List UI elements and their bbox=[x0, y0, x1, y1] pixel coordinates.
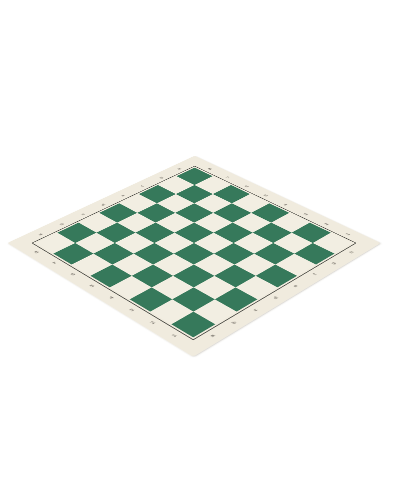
product-photo-background: abcdefgh abcdefgh 87654321 87654321 bbox=[0, 0, 400, 488]
chessboard-scene: abcdefgh abcdefgh 87654321 87654321 bbox=[0, 0, 400, 488]
chessboard-grid bbox=[36, 168, 353, 338]
vinyl-chessboard-sheet: abcdefgh abcdefgh 87654321 87654321 bbox=[7, 156, 380, 357]
